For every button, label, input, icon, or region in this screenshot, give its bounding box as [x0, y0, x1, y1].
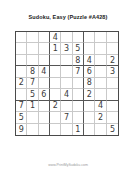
- cell-r5c6: [73, 78, 84, 89]
- cell-r4c7: 6: [84, 66, 95, 77]
- cell-r6c8: [95, 89, 106, 100]
- cell-r2c5: 3: [61, 43, 72, 54]
- cell-r5c8: [95, 78, 106, 89]
- cell-r5c4: [50, 78, 61, 89]
- cell-r4c8: [95, 66, 106, 77]
- cell-r3c8: [95, 55, 106, 66]
- cell-r8c4: [50, 112, 61, 123]
- cell-r3c3: [39, 55, 50, 66]
- cell-r6c9: [107, 89, 118, 100]
- cell-r1c3: [39, 32, 50, 43]
- cell-r6c5: 4: [61, 89, 72, 100]
- cell-r2c2: [27, 43, 38, 54]
- cell-r1c7: [84, 32, 95, 43]
- footer-url: www.PrintMySudoku.com: [0, 163, 136, 167]
- cell-r7c4: 2: [50, 101, 61, 112]
- cell-r9c6: 1: [73, 124, 84, 135]
- cell-r9c3: [39, 124, 50, 135]
- cell-r9c7: [84, 124, 95, 135]
- cell-r8c1: 5: [16, 112, 27, 123]
- cell-r8c3: [39, 112, 50, 123]
- cell-r7c8: 4: [95, 101, 106, 112]
- cell-r4c3: 4: [39, 66, 50, 77]
- cell-r6c6: [73, 89, 84, 100]
- cell-r9c5: [61, 124, 72, 135]
- cell-r6c2: 5: [27, 89, 38, 100]
- cell-r3c4: [50, 55, 61, 66]
- cell-r4c6: 7: [73, 66, 84, 77]
- cell-r7c5: [61, 101, 72, 112]
- cell-r4c4: [50, 66, 61, 77]
- page-title: Sudoku, Easy (Puzzle #A428): [0, 14, 136, 20]
- cell-r3c9: 2: [107, 55, 118, 66]
- cell-r6c1: [16, 89, 27, 100]
- cell-r2c8: [95, 43, 106, 54]
- cell-r2c3: [39, 43, 50, 54]
- sudoku-print-page: Sudoku, Easy (Puzzle #A428) 413584284763…: [0, 0, 136, 176]
- cell-r5c2: 7: [27, 78, 38, 89]
- cell-r2c6: 5: [73, 43, 84, 54]
- cell-r4c1: [16, 66, 27, 77]
- cell-r3c6: 8: [73, 55, 84, 66]
- cell-r9c9: 5: [107, 124, 118, 135]
- cell-r4c5: [61, 66, 72, 77]
- cell-r1c1: [16, 32, 27, 43]
- cell-r7c7: [84, 101, 95, 112]
- cell-r3c7: 4: [84, 55, 95, 66]
- cell-r5c7: 8: [84, 78, 95, 89]
- cell-r8c7: [84, 112, 95, 123]
- cell-r5c9: [107, 78, 118, 89]
- cell-r3c2: [27, 55, 38, 66]
- cell-r6c3: 6: [39, 89, 50, 100]
- cell-r4c2: 8: [27, 66, 38, 77]
- cell-r3c1: [16, 55, 27, 66]
- cell-r6c4: [50, 89, 61, 100]
- cell-r5c5: [61, 78, 72, 89]
- cell-r2c7: [84, 43, 95, 54]
- cell-r8c6: [73, 112, 84, 123]
- cell-r8c2: [27, 112, 38, 123]
- cell-r2c4: 1: [50, 43, 61, 54]
- cell-r5c1: 2: [16, 78, 27, 89]
- cell-r8c9: [107, 112, 118, 123]
- cell-r5c3: [39, 78, 50, 89]
- cell-r7c2: 1: [27, 101, 38, 112]
- cell-r3c5: [61, 55, 72, 66]
- cell-r1c4: 4: [50, 32, 61, 43]
- cell-r1c2: [27, 32, 38, 43]
- cell-r2c9: [107, 43, 118, 54]
- sudoku-board: 41358428476327856427124572915: [15, 31, 119, 136]
- cell-r6c7: 2: [84, 89, 95, 100]
- cell-r9c2: [27, 124, 38, 135]
- cell-r9c8: [95, 124, 106, 135]
- cell-r8c8: 2: [95, 112, 106, 123]
- cell-r1c9: [107, 32, 118, 43]
- cell-r9c4: [50, 124, 61, 135]
- cell-r1c6: [73, 32, 84, 43]
- cell-r8c5: 7: [61, 112, 72, 123]
- cell-r9c1: 9: [16, 124, 27, 135]
- cell-r7c9: [107, 101, 118, 112]
- cell-r7c6: [73, 101, 84, 112]
- cell-r7c3: [39, 101, 50, 112]
- cell-r2c1: [16, 43, 27, 54]
- cell-r4c9: 3: [107, 66, 118, 77]
- cell-r1c8: [95, 32, 106, 43]
- cell-r1c5: [61, 32, 72, 43]
- cell-r7c1: 7: [16, 101, 27, 112]
